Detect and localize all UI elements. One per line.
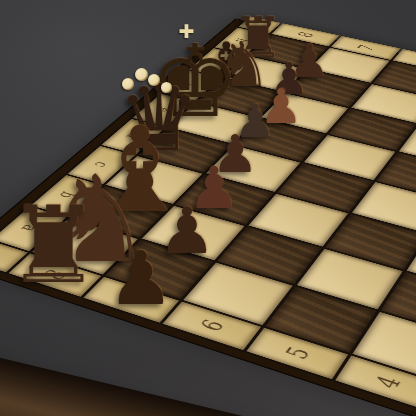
file-label-h: h xyxy=(231,37,252,44)
file-label-d: d xyxy=(122,132,145,141)
file-label-e: e xyxy=(152,106,174,114)
rank-label-7: 7 xyxy=(114,291,149,308)
rank-label-5: 5 xyxy=(279,343,316,362)
rank-label-8: 8 xyxy=(293,30,318,39)
file-label-b: b xyxy=(54,190,79,201)
file-label-g: g xyxy=(207,59,228,66)
rank-label-8: 8 xyxy=(38,267,72,283)
file-label-c: c xyxy=(90,160,114,169)
chess-set-photo: abcdefgh8877665544332211abcdefgh ♜♝♟♞♟♚♟… xyxy=(0,0,416,416)
rank-label-7: 7 xyxy=(353,43,378,52)
rank-label-6: 6 xyxy=(194,316,230,334)
file-label-a: a xyxy=(17,223,43,234)
file-label-f: f xyxy=(181,82,201,88)
rank-label-4: 4 xyxy=(369,372,407,392)
